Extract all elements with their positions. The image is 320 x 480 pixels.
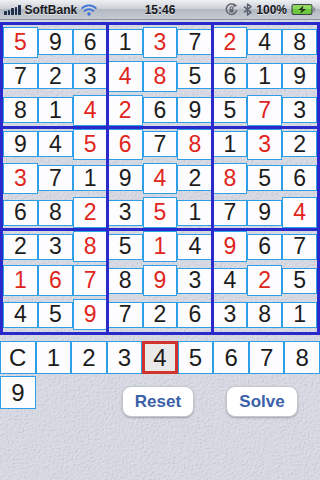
given-digit: 5	[38, 302, 73, 328]
given-digit: 4	[212, 268, 247, 294]
cell-r2c4[interactable]: 4	[108, 59, 143, 93]
given-digit: 6	[212, 63, 247, 89]
cell-r6c1[interactable]: 6	[3, 196, 38, 230]
cell-r9c6[interactable]: 6	[177, 298, 212, 332]
given-digit: 9	[38, 29, 73, 55]
given-digit: 7	[177, 29, 212, 55]
solved-digit: 5	[73, 129, 108, 160]
solved-digit: 2	[212, 27, 247, 58]
given-digit: 2	[143, 302, 178, 328]
solved-digit: 8	[143, 61, 178, 92]
solved-digit: 3	[247, 129, 282, 160]
digit-key-6[interactable]: 6	[213, 341, 249, 374]
given-digit: 3	[108, 200, 143, 226]
given-digit: 1	[212, 131, 247, 157]
solved-digit: 4	[143, 163, 178, 194]
cell-r1c9[interactable]: 8	[282, 25, 317, 59]
cell-r1c4[interactable]: 1	[108, 25, 143, 59]
solved-digit: 7	[73, 265, 108, 296]
cell-r3c7[interactable]: 5	[212, 93, 247, 127]
solved-digit: 7	[247, 95, 282, 126]
cell-r6c8[interactable]: 9	[247, 196, 282, 230]
battery-icon	[291, 3, 316, 16]
given-digit: 2	[282, 131, 317, 157]
cell-r2c1[interactable]: 7	[3, 59, 38, 93]
solved-digit: 2	[247, 265, 282, 296]
solved-digit: 4	[73, 95, 108, 126]
given-digit: 9	[108, 165, 143, 191]
cell-r8c2[interactable]: 6	[38, 264, 73, 298]
solve-button[interactable]: Solve	[226, 386, 298, 417]
cell-r7c4[interactable]: 5	[108, 230, 143, 264]
solved-digit: 2	[108, 95, 143, 126]
given-digit: 2	[38, 63, 73, 89]
cell-r7c7[interactable]: 9	[212, 230, 247, 264]
cell-r5c2[interactable]: 7	[38, 161, 73, 195]
solved-digit: 3	[143, 27, 178, 58]
given-digit: 4	[38, 131, 73, 157]
cell-r5c3[interactable]: 1	[73, 161, 108, 195]
cell-r6c4[interactable]: 3	[108, 196, 143, 230]
given-digit: 6	[143, 97, 178, 123]
rotation-lock-icon	[224, 2, 239, 17]
given-digit: 5	[177, 63, 212, 89]
solved-digit: 6	[38, 265, 73, 296]
solved-digit: 8	[212, 163, 247, 194]
given-digit: 7	[38, 165, 73, 191]
box-divider-horizontal-1	[3, 126, 317, 129]
cell-r9c8[interactable]: 8	[247, 298, 282, 332]
given-digit: 1	[38, 97, 73, 123]
given-digit: 9	[247, 200, 282, 226]
box-divider-vertical-2	[211, 25, 214, 332]
given-digit: 8	[247, 302, 282, 328]
solved-digit: 5	[143, 197, 178, 228]
cell-r5c8[interactable]: 5	[247, 161, 282, 195]
digit-key-9[interactable]: 9	[0, 376, 36, 409]
cell-r2c7[interactable]: 6	[212, 59, 247, 93]
battery-percent-label: 100%	[256, 3, 287, 17]
cell-r1c2[interactable]: 9	[38, 25, 73, 59]
wifi-icon	[81, 4, 97, 16]
cell-r3c8[interactable]: 7	[247, 93, 282, 127]
cell-r7c8[interactable]: 6	[247, 230, 282, 264]
cell-r4c4[interactable]: 6	[108, 127, 143, 161]
cell-r3c5[interactable]: 6	[143, 93, 178, 127]
cell-r4c2[interactable]: 4	[38, 127, 73, 161]
cell-r1c1[interactable]: 5	[3, 25, 38, 59]
cell-r1c3[interactable]: 6	[73, 25, 108, 59]
given-digit: 8	[38, 200, 73, 226]
given-digit: 1	[247, 63, 282, 89]
cell-r3c4[interactable]: 2	[108, 93, 143, 127]
given-digit: 7	[212, 200, 247, 226]
given-digit: 6	[73, 29, 108, 55]
box-divider-vertical-1	[106, 25, 109, 332]
given-digit: 4	[177, 234, 212, 260]
cell-r9c5[interactable]: 2	[143, 298, 178, 332]
cell-r8c7[interactable]: 4	[212, 264, 247, 298]
given-digit: 3	[38, 234, 73, 260]
given-digit: 1	[73, 165, 108, 191]
cell-r7c9[interactable]: 7	[282, 230, 317, 264]
cell-r6c2[interactable]: 8	[38, 196, 73, 230]
given-digit: 6	[177, 302, 212, 328]
given-digit: 5	[282, 268, 317, 294]
given-digit: 9	[3, 131, 38, 157]
cell-r7c1[interactable]: 2	[3, 230, 38, 264]
cell-r5c6[interactable]: 2	[177, 161, 212, 195]
cell-r7c6[interactable]: 4	[177, 230, 212, 264]
cell-r9c9[interactable]: 1	[282, 298, 317, 332]
digit-key-1[interactable]: 1	[36, 341, 72, 374]
given-digit: 3	[177, 268, 212, 294]
digit-key-7[interactable]: 7	[249, 341, 285, 374]
solved-digit: 1	[143, 231, 178, 262]
given-digit: 7	[143, 131, 178, 157]
cell-r8c3[interactable]: 7	[73, 264, 108, 298]
solved-digit: 4	[108, 61, 143, 92]
box-divider-horizontal-2	[3, 228, 317, 231]
cell-r6c6[interactable]: 1	[177, 196, 212, 230]
given-digit: 2	[177, 165, 212, 191]
cell-r5c4[interactable]: 9	[108, 161, 143, 195]
given-digit: 7	[282, 234, 317, 260]
cell-r1c6[interactable]: 7	[177, 25, 212, 59]
cell-r2c2[interactable]: 2	[38, 59, 73, 93]
cell-r3c2[interactable]: 1	[38, 93, 73, 127]
cell-r9c2[interactable]: 5	[38, 298, 73, 332]
given-digit: 8	[108, 268, 143, 294]
cell-r2c5[interactable]: 8	[143, 59, 178, 93]
solved-digit: 2	[73, 197, 108, 228]
cell-r4c8[interactable]: 3	[247, 127, 282, 161]
cell-r4c9[interactable]: 2	[282, 127, 317, 161]
cell-r8c1[interactable]: 1	[3, 264, 38, 298]
given-digit: 2	[3, 234, 38, 260]
given-digit: 1	[108, 29, 143, 55]
given-digit: 1	[177, 200, 212, 226]
bluetooth-icon	[243, 3, 252, 16]
digit-key-3[interactable]: 3	[107, 341, 143, 374]
cell-r6c5[interactable]: 5	[143, 196, 178, 230]
given-digit: 7	[3, 63, 38, 89]
given-digit: 3	[73, 63, 108, 89]
solved-digit: 3	[3, 163, 38, 194]
cell-r7c2[interactable]: 3	[38, 230, 73, 264]
cell-r8c4[interactable]: 8	[108, 264, 143, 298]
cell-r8c8[interactable]: 2	[247, 264, 282, 298]
cell-r3c9[interactable]: 3	[282, 93, 317, 127]
cell-r7c5[interactable]: 1	[143, 230, 178, 264]
carrier-label: SoftBank	[25, 3, 78, 17]
solved-digit: 6	[108, 129, 143, 160]
solved-digit: 8	[177, 129, 212, 160]
reset-button[interactable]: Reset	[122, 386, 194, 417]
cell-r2c6[interactable]: 5	[177, 59, 212, 93]
given-digit: 4	[247, 29, 282, 55]
cell-r8c5[interactable]: 9	[143, 264, 178, 298]
cell-r4c1[interactable]: 9	[3, 127, 38, 161]
given-digit: 7	[108, 302, 143, 328]
cell-r8c9[interactable]: 5	[282, 264, 317, 298]
cell-r5c7[interactable]: 8	[212, 161, 247, 195]
cell-r4c3[interactable]: 5	[73, 127, 108, 161]
solved-digit: 8	[73, 231, 108, 262]
cell-r9c3[interactable]: 9	[73, 298, 108, 332]
cell-r5c1[interactable]: 3	[3, 161, 38, 195]
cell-r6c9[interactable]: 4	[282, 196, 317, 230]
cell-r5c5[interactable]: 4	[143, 161, 178, 195]
cell-r9c1[interactable]: 4	[3, 298, 38, 332]
cell-r5c9[interactable]: 6	[282, 161, 317, 195]
given-digit: 6	[282, 165, 317, 191]
cell-r6c3[interactable]: 2	[73, 196, 108, 230]
number-pad-row-1: C12345678	[0, 341, 320, 374]
cell-r1c5[interactable]: 3	[143, 25, 178, 59]
solved-digit: 9	[143, 265, 178, 296]
given-digit: 8	[282, 29, 317, 55]
given-digit: 5	[247, 165, 282, 191]
given-digit: 1	[282, 302, 317, 328]
given-digit: 9	[177, 97, 212, 123]
clear-key[interactable]: C	[0, 341, 36, 374]
cell-r1c8[interactable]: 4	[247, 25, 282, 59]
given-digit: 6	[247, 234, 282, 260]
cell-r4c6[interactable]: 8	[177, 127, 212, 161]
status-bar: SoftBank 15:46 100%	[0, 0, 320, 20]
cell-r3c1[interactable]: 8	[3, 93, 38, 127]
cell-r9c4[interactable]: 7	[108, 298, 143, 332]
cell-r9c7[interactable]: 3	[212, 298, 247, 332]
cell-r2c9[interactable]: 9	[282, 59, 317, 93]
digit-key-2[interactable]: 2	[71, 341, 107, 374]
given-digit: 3	[282, 97, 317, 123]
cell-r3c3[interactable]: 4	[73, 93, 108, 127]
digit-key-4[interactable]: 4	[142, 341, 178, 374]
digit-key-5[interactable]: 5	[178, 341, 214, 374]
cell-r2c3[interactable]: 3	[73, 59, 108, 93]
cell-r2c8[interactable]: 1	[247, 59, 282, 93]
solved-digit: 9	[212, 231, 247, 262]
cell-r4c7[interactable]: 1	[212, 127, 247, 161]
given-digit: 3	[212, 302, 247, 328]
cell-r8c6[interactable]: 3	[177, 264, 212, 298]
number-pad-row-2: 9	[0, 376, 36, 409]
sudoku-app-screen: SoftBank 15:46 100%	[0, 0, 320, 480]
solved-digit: 5	[3, 27, 38, 58]
solved-digit: 1	[3, 265, 38, 296]
digit-key-8[interactable]: 8	[284, 341, 320, 374]
given-digit: 5	[212, 97, 247, 123]
given-digit: 4	[3, 302, 38, 328]
given-digit: 6	[3, 200, 38, 226]
given-digit: 9	[282, 63, 317, 89]
cell-r4c5[interactable]: 7	[143, 127, 178, 161]
solved-digit: 4	[282, 197, 317, 228]
cell-r1c7[interactable]: 2	[212, 25, 247, 59]
given-digit: 5	[108, 234, 143, 260]
cell-r6c7[interactable]: 7	[212, 196, 247, 230]
cell-r3c6[interactable]: 9	[177, 93, 212, 127]
cell-r7c3[interactable]: 8	[73, 230, 108, 264]
given-digit: 8	[3, 97, 38, 123]
solved-digit: 9	[73, 299, 108, 330]
signal-strength-icon	[4, 5, 21, 15]
sudoku-board: 5961372487234856198142695739456781323719…	[0, 22, 320, 335]
